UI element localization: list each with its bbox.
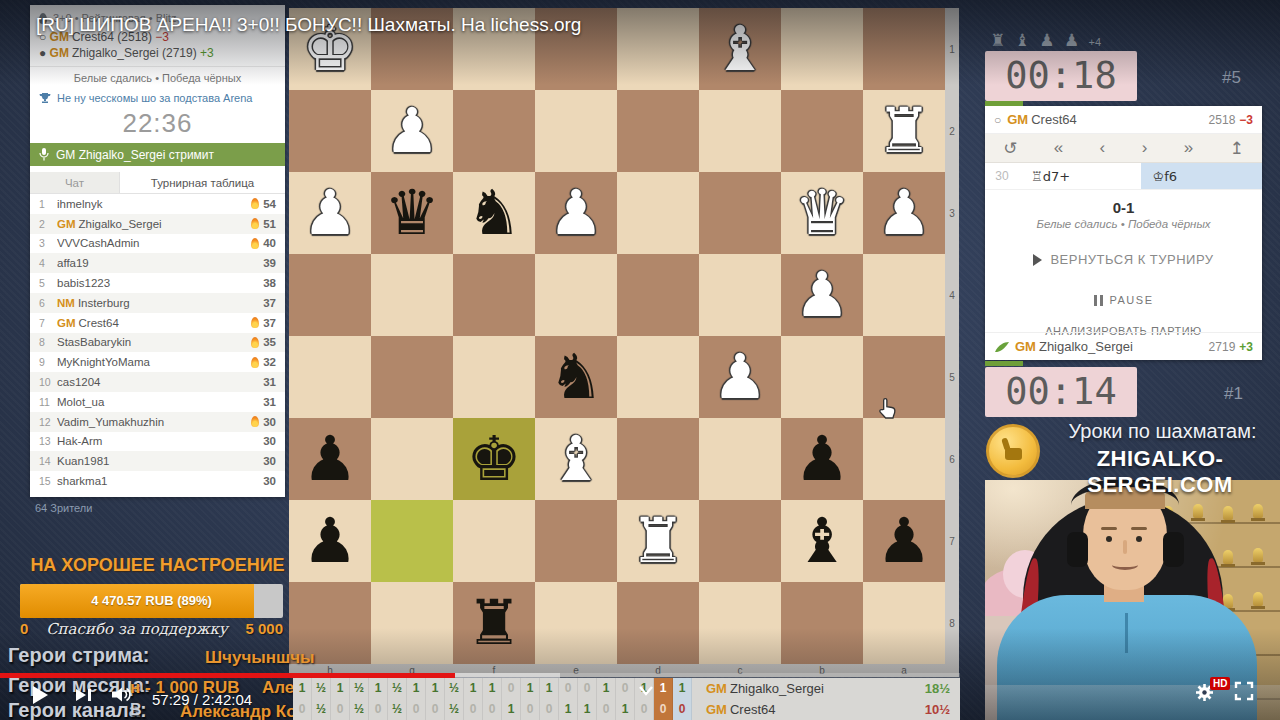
score-column: 10 bbox=[521, 678, 540, 720]
score-cell-bottom: ½ bbox=[388, 699, 406, 720]
eye bbox=[1106, 536, 1112, 542]
square-e7[interactable] bbox=[535, 500, 617, 582]
mouse-hand-cursor bbox=[876, 396, 898, 424]
ad-site-link[interactable]: ZHIGALKO-SERGEI.COM bbox=[1040, 446, 1280, 498]
clock-black: 00:14 bbox=[985, 367, 1137, 417]
standings-row[interactable]: 12Vadim_Yumakhuzhin30 bbox=[30, 412, 285, 432]
score-cell-top: 0 bbox=[578, 678, 596, 699]
square-g3[interactable]: ♛ bbox=[371, 172, 453, 254]
score-player-name: Crest64 bbox=[730, 702, 776, 717]
square-b1[interactable] bbox=[781, 8, 863, 90]
white-rook: ♜ bbox=[863, 90, 945, 172]
trophy-line[interactable]: Не ну чесскомы шо за подстава Arena bbox=[30, 86, 285, 104]
standings-rank: 5 bbox=[39, 277, 57, 289]
score-column: 10 bbox=[654, 678, 673, 720]
headphone-cup-right bbox=[1163, 532, 1184, 567]
standings-name: VVVCashAdmin bbox=[57, 237, 251, 249]
back-to-tournament-label: ВЕРНУТЬСЯ К ТУРНИРУ bbox=[1050, 252, 1213, 267]
move-navigation: ↺ « ‹ › » ↥ bbox=[985, 134, 1262, 163]
sidebar-tabs: Чат Турнирная таблица bbox=[30, 172, 285, 194]
standings-rank: 15 bbox=[39, 475, 57, 487]
gm-badge: GM bbox=[706, 702, 727, 717]
standings-score: 40 bbox=[263, 237, 276, 249]
square-g4[interactable] bbox=[371, 254, 453, 336]
score-cell-top: ½ bbox=[312, 678, 330, 699]
standings-score: 30 bbox=[263, 455, 276, 467]
score-column: ½½ bbox=[388, 678, 407, 720]
white-bishop: ♝ bbox=[535, 418, 617, 500]
rank-label-8: 8 bbox=[945, 582, 959, 664]
board-squares: ♚♝♟♜♟♛♞♟♛♟♟♞♟♟♚♝♟♟♜♝♟♜ bbox=[289, 8, 945, 664]
square-d1[interactable] bbox=[617, 8, 699, 90]
streak-fire-icon bbox=[251, 337, 259, 348]
standings-score: 38 bbox=[263, 277, 276, 289]
square-a6[interactable] bbox=[863, 418, 945, 500]
score-column: 10 bbox=[331, 678, 350, 720]
square-e3[interactable]: ♟ bbox=[535, 172, 617, 254]
score-cell-top: 1 bbox=[521, 678, 539, 699]
stream-banner[interactable]: GM Zhigalko_Sergei стримит bbox=[30, 143, 285, 166]
rank-label-2: 2 bbox=[945, 90, 959, 172]
standings-rank: 4 bbox=[39, 257, 57, 269]
last-move-icon[interactable]: » bbox=[1184, 138, 1193, 158]
square-g8[interactable] bbox=[371, 582, 453, 664]
panel-white-diff: −3 bbox=[1239, 113, 1253, 127]
score-cell-top: 1 bbox=[293, 678, 311, 699]
standings-score: 30 bbox=[263, 475, 276, 487]
standings-score: 51 bbox=[263, 218, 276, 230]
square-d3[interactable] bbox=[617, 172, 699, 254]
square-f7[interactable] bbox=[453, 500, 535, 582]
gm-badge: GM bbox=[1007, 112, 1028, 127]
standings-rank: 13 bbox=[39, 435, 57, 447]
score-cell-bottom: 0 bbox=[483, 699, 501, 720]
white-queen: ♛ bbox=[781, 172, 863, 254]
trophy-icon bbox=[39, 92, 51, 104]
streak-fire-icon bbox=[251, 416, 259, 427]
panel-player-white[interactable]: ○ GM Crest64 2518 −3 bbox=[985, 106, 1262, 134]
black-rook: ♜ bbox=[453, 582, 535, 664]
play-button[interactable] bbox=[33, 686, 48, 704]
standings-row[interactable]: 15sharkma130 bbox=[30, 471, 285, 491]
score-cell-top: 1 bbox=[483, 678, 501, 699]
square-g6[interactable] bbox=[371, 418, 453, 500]
standings-rank: 1 bbox=[39, 198, 57, 210]
white-points-bar bbox=[985, 101, 1023, 106]
score-columns: 10½½10½½10½½1010½½1010011010010110011010… bbox=[293, 678, 692, 720]
rank-label-5: 5 bbox=[945, 336, 959, 418]
square-b2[interactable] bbox=[781, 90, 863, 172]
black-points-bar bbox=[985, 361, 1023, 366]
streak-fire-icon bbox=[251, 238, 259, 249]
square-e8[interactable] bbox=[535, 582, 617, 664]
collapse-chevron-icon[interactable] bbox=[638, 682, 654, 700]
score-cell-top: 1 bbox=[597, 678, 615, 699]
standings-name: StasBabarykin bbox=[57, 336, 251, 348]
donation-thanks: Спасибо за поддержку bbox=[46, 620, 228, 638]
square-g7[interactable] bbox=[371, 500, 453, 582]
score-cell-bottom: 0 bbox=[369, 699, 387, 720]
square-f5[interactable] bbox=[453, 336, 535, 418]
next-move-icon[interactable]: › bbox=[1142, 138, 1148, 158]
standings-name: Kuan1981 bbox=[57, 455, 259, 467]
standings-score: 31 bbox=[263, 396, 276, 408]
pause-icon bbox=[1094, 295, 1103, 306]
standings-row[interactable]: 6NMInsterburg37 bbox=[30, 293, 285, 313]
square-f6[interactable]: ♚ bbox=[453, 418, 535, 500]
square-c2[interactable] bbox=[699, 90, 781, 172]
score-cell-top: 1 bbox=[654, 678, 672, 699]
square-d6[interactable] bbox=[617, 418, 699, 500]
eye bbox=[1136, 536, 1142, 542]
black-circle-icon: ● bbox=[39, 46, 46, 60]
score-column: 10 bbox=[293, 678, 312, 720]
score-player-row: GMZhigalko_Sergei18½ bbox=[692, 678, 960, 699]
square-g5[interactable] bbox=[371, 336, 453, 418]
first-move-icon[interactable]: « bbox=[1054, 138, 1063, 158]
move-white[interactable]: ♖d7+ bbox=[1019, 163, 1141, 189]
standings-table: 1ihmelnyk542GMZhigalko_Sergei513VVVCashA… bbox=[30, 194, 285, 491]
standings-name: sharkma1 bbox=[57, 475, 259, 487]
black-knight: ♞ bbox=[453, 172, 535, 254]
fullscreen-icon[interactable] bbox=[1234, 681, 1254, 705]
standings-score: 54 bbox=[263, 198, 276, 210]
score-cell-bottom: 0 bbox=[597, 699, 615, 720]
standings-row[interactable]: 13Hak-Arm30 bbox=[30, 432, 285, 452]
score-cell-bottom: 0 bbox=[293, 699, 311, 720]
standings-name: Molot_ua bbox=[57, 396, 259, 408]
score-column: 01 bbox=[616, 678, 635, 720]
square-c5[interactable]: ♟ bbox=[699, 336, 781, 418]
standings-score: 37 bbox=[263, 297, 276, 309]
square-d8[interactable] bbox=[617, 582, 699, 664]
square-c3[interactable] bbox=[699, 172, 781, 254]
standings-name: NMInsterburg bbox=[57, 297, 259, 309]
standings-row[interactable]: 1ihmelnyk54 bbox=[30, 194, 285, 214]
score-cell-bottom: ½ bbox=[445, 699, 463, 720]
score-names: GMZhigalko_Sergei18½GMCrest6410½ bbox=[692, 678, 960, 720]
score-cell-bottom: 1 bbox=[559, 699, 577, 720]
ticker-stream-heroes-label: Герои стрима: bbox=[8, 644, 149, 667]
gm-badge: GM bbox=[50, 46, 69, 60]
square-f2[interactable] bbox=[453, 90, 535, 172]
score-cell-top: 0 bbox=[559, 678, 577, 699]
score-column: 10 bbox=[464, 678, 483, 720]
white-pawn: ♟ bbox=[535, 172, 617, 254]
standings-name: GMCrest64 bbox=[57, 317, 251, 329]
score-cell-bottom: 0 bbox=[464, 699, 482, 720]
prev-move-icon[interactable]: ‹ bbox=[1100, 138, 1106, 158]
standings-row[interactable]: 5babis122338 bbox=[30, 273, 285, 293]
arena-score-sheet: 10½½10½½10½½1010½½1010011010010110011010… bbox=[293, 678, 960, 720]
score-cell-bottom: 1 bbox=[502, 699, 520, 720]
standings-row[interactable]: 9MyKnightYoMama32 bbox=[30, 352, 285, 372]
rating-diff: +3 bbox=[200, 46, 214, 60]
square-h5[interactable] bbox=[289, 336, 371, 418]
standings-score: 30 bbox=[263, 435, 276, 447]
standings-name: babis1223 bbox=[57, 277, 259, 289]
analysis-board-icon[interactable]: ↥ bbox=[1230, 138, 1244, 159]
score-cell-bottom: ½ bbox=[312, 699, 330, 720]
standings-name: cas1204 bbox=[57, 376, 259, 388]
video-title[interactable]: [RU] ШИПОВ АРЕНА!! 3+0!! БОНУС!! Шахматы… bbox=[36, 14, 581, 36]
donation-footer: 0 Спасибо за поддержку 5 000 bbox=[20, 620, 283, 638]
score-cell-bottom: 0 bbox=[673, 699, 691, 720]
score-cell-top: 0 bbox=[502, 678, 520, 699]
black-bishop: ♝ bbox=[781, 500, 863, 582]
standings-row[interactable]: 11Molot_ua31 bbox=[30, 392, 285, 412]
streak-fire-icon bbox=[251, 218, 259, 229]
streamer-feather-icon bbox=[994, 341, 1010, 353]
standings-row[interactable]: 8StasBabarykin35 bbox=[30, 333, 285, 353]
chess-board: ♚♝♟♜♟♛♞♟♛♟♟♞♟♟♚♝♟♟♜♝♟♜ 12345678 hgfedcba bbox=[289, 8, 945, 664]
standings-name: ihmelnyk bbox=[57, 198, 251, 210]
panel-white-rating: 2518 bbox=[1209, 113, 1236, 127]
score-cell-bottom: 0 bbox=[635, 699, 653, 720]
tab-chat[interactable]: Чат bbox=[30, 172, 120, 193]
ticker-stream-heroes-value: Шчучыншчы bbox=[205, 648, 315, 668]
square-e6[interactable]: ♝ bbox=[535, 418, 617, 500]
standings-rank: 10 bbox=[39, 376, 57, 388]
score-column: 10 bbox=[407, 678, 426, 720]
standings-score: 30 bbox=[263, 416, 276, 428]
square-h4[interactable] bbox=[289, 254, 371, 336]
game-panel: ○ GM Crest64 2518 −3 ↺ « ‹ › » ↥ 30 ♖d7+… bbox=[985, 106, 1262, 360]
square-b4[interactable]: ♟ bbox=[781, 254, 863, 336]
standings-name: GMZhigalko_Sergei bbox=[57, 218, 251, 230]
standings-row[interactable]: 3VVVCashAdmin40 bbox=[30, 234, 285, 254]
score-cell-top: ½ bbox=[445, 678, 463, 699]
panel-white-name: Crest64 bbox=[1031, 112, 1077, 127]
standings-name: affa19 bbox=[57, 257, 259, 269]
square-d7[interactable]: ♜ bbox=[617, 500, 699, 582]
standings-rank: 11 bbox=[39, 396, 57, 408]
black-queen: ♛ bbox=[371, 172, 453, 254]
coin-thumbs-up-icon bbox=[986, 424, 1040, 478]
square-c1[interactable]: ♝ bbox=[699, 8, 781, 90]
score-cell-top: 1 bbox=[540, 678, 558, 699]
panel-black-name: Zhigalko_Sergei bbox=[1039, 339, 1133, 354]
score-column: 10 bbox=[483, 678, 502, 720]
score-column: 01 bbox=[559, 678, 578, 720]
tournament-sidebar: 3+0 • Рейтинговая • Blitz ○ GMCrest64 (2… bbox=[30, 5, 285, 497]
pause-button[interactable]: PAUSE bbox=[985, 294, 1262, 306]
rank-label-6: 6 bbox=[945, 418, 959, 500]
white-rook: ♜ bbox=[617, 500, 699, 582]
score-cell-bottom: 1 bbox=[578, 699, 596, 720]
standings-rank: 8 bbox=[39, 336, 57, 348]
square-g2[interactable]: ♟ bbox=[371, 90, 453, 172]
score-cell-top: ½ bbox=[388, 678, 406, 699]
square-b6[interactable]: ♟ bbox=[781, 418, 863, 500]
standings-score: 31 bbox=[263, 376, 276, 388]
donation-min: 0 bbox=[20, 620, 28, 637]
score-column: 10 bbox=[673, 678, 692, 720]
square-a2[interactable]: ♜ bbox=[863, 90, 945, 172]
score-cell-bottom: 0 bbox=[654, 699, 672, 720]
donation-max: 5 000 bbox=[245, 620, 283, 637]
player-black-line[interactable]: ● GMZhigalko_Sergei (2719) +3 bbox=[39, 45, 276, 61]
score-column: 10 bbox=[597, 678, 616, 720]
square-c6[interactable] bbox=[699, 418, 781, 500]
gm-badge: GM bbox=[706, 681, 727, 696]
panel-black-rating: 2719 bbox=[1209, 340, 1236, 354]
donation-title: НА ХОРОШЕЕ НАСТРОЕНИЕ bbox=[30, 555, 285, 576]
standings-row[interactable]: 7GMCrest6437 bbox=[30, 313, 285, 333]
square-f3[interactable]: ♞ bbox=[453, 172, 535, 254]
standings-score: 37 bbox=[263, 317, 276, 329]
square-c7[interactable] bbox=[699, 500, 781, 582]
score-column: 01 bbox=[502, 678, 521, 720]
score-column: 10 bbox=[369, 678, 388, 720]
score-column: ½½ bbox=[312, 678, 331, 720]
square-a4[interactable] bbox=[863, 254, 945, 336]
rank-label-4: 4 bbox=[945, 254, 959, 336]
standings-rank: 12 bbox=[39, 416, 57, 428]
square-h3[interactable]: ♟ bbox=[289, 172, 371, 254]
tab-standings[interactable]: Турнирная таблица bbox=[120, 172, 285, 193]
standings-score: 32 bbox=[263, 356, 276, 368]
white-tournament-rank: #5 bbox=[1222, 68, 1241, 88]
player-black-name: Zhigalko_Sergei (2719) bbox=[72, 46, 197, 60]
square-a7[interactable]: ♟ bbox=[863, 500, 945, 582]
volume-button[interactable] bbox=[112, 687, 134, 706]
hd-quality-badge: HD bbox=[1210, 677, 1230, 690]
microphone-icon bbox=[39, 148, 49, 161]
move-list-row: 30 ♖d7+ ♔f6 bbox=[985, 163, 1262, 190]
white-pawn: ♟ bbox=[699, 336, 781, 418]
score-cell-bottom: 0 bbox=[521, 699, 539, 720]
streak-fire-icon bbox=[251, 357, 259, 368]
score-player-row: GMCrest6410½ bbox=[692, 699, 960, 720]
square-h6[interactable]: ♟ bbox=[289, 418, 371, 500]
standings-rank: 14 bbox=[39, 455, 57, 467]
score-cell-top: 1 bbox=[426, 678, 444, 699]
square-f8[interactable]: ♜ bbox=[453, 582, 535, 664]
score-cell-bottom: 0 bbox=[540, 699, 558, 720]
result-score: 0-1 bbox=[985, 199, 1262, 216]
streak-fire-icon bbox=[251, 198, 259, 209]
score-cell-bottom: 0 bbox=[407, 699, 425, 720]
standings-row[interactable]: 10cas120431 bbox=[30, 372, 285, 392]
standings-rank: 9 bbox=[39, 356, 57, 368]
eyebrow bbox=[1131, 527, 1147, 530]
clock-white: 00:18 bbox=[985, 51, 1137, 101]
eyebrow bbox=[1101, 527, 1117, 530]
square-d5[interactable] bbox=[617, 336, 699, 418]
trophy-text: Не ну чесскомы шо за подстава Arena bbox=[57, 92, 252, 104]
black-king: ♚ bbox=[453, 418, 535, 500]
black-pawn: ♟ bbox=[289, 418, 371, 500]
video-player: 3+0 • Рейтинговая • Blitz ○ GMCrest64 (2… bbox=[0, 0, 1280, 720]
white-pawn: ♟ bbox=[863, 172, 945, 254]
nose bbox=[1123, 540, 1127, 554]
standings-rank: 2 bbox=[39, 218, 57, 230]
white-pawn: ♟ bbox=[781, 254, 863, 336]
move-number: 30 bbox=[985, 163, 1019, 189]
game-result-line: Белые сдались • Победа чёрных bbox=[30, 67, 285, 86]
standings-name: Hak-Arm bbox=[57, 435, 259, 447]
standings-row[interactable]: 2GMZhigalko_Sergei51 bbox=[30, 214, 285, 234]
standings-row[interactable]: 4affa1939 bbox=[30, 253, 285, 273]
next-video-button[interactable] bbox=[76, 689, 91, 701]
square-e5[interactable]: ♞ bbox=[535, 336, 617, 418]
panel-black-diff: +3 bbox=[1239, 340, 1253, 354]
pause-label: PAUSE bbox=[1110, 294, 1154, 306]
square-d2[interactable] bbox=[617, 90, 699, 172]
score-cell-bottom: 0 bbox=[426, 699, 444, 720]
score-cell-top: 1 bbox=[331, 678, 349, 699]
square-b7[interactable]: ♝ bbox=[781, 500, 863, 582]
square-d4[interactable] bbox=[617, 254, 699, 336]
score-player-total: 18½ bbox=[925, 681, 950, 696]
black-knight: ♞ bbox=[535, 336, 617, 418]
white-pawn: ♟ bbox=[371, 90, 453, 172]
standings-score: 35 bbox=[263, 336, 276, 348]
flip-board-icon[interactable]: ↺ bbox=[1003, 138, 1017, 159]
standings-rank: 7 bbox=[39, 317, 57, 329]
streak-fire-icon bbox=[251, 317, 259, 328]
score-column: 10 bbox=[540, 678, 559, 720]
standings-row[interactable]: 14Kuan198130 bbox=[30, 451, 285, 471]
square-b3[interactable]: ♛ bbox=[781, 172, 863, 254]
square-f4[interactable] bbox=[453, 254, 535, 336]
square-a3[interactable]: ♟ bbox=[863, 172, 945, 254]
move-black-current[interactable]: ♔f6 bbox=[1141, 163, 1263, 189]
video-time-display: 57:29 / 2:42:04 bbox=[152, 691, 252, 708]
square-a8[interactable] bbox=[863, 582, 945, 664]
rank-label-7: 7 bbox=[945, 500, 959, 582]
square-h2[interactable] bbox=[289, 90, 371, 172]
square-c8[interactable] bbox=[699, 582, 781, 664]
square-e2[interactable] bbox=[535, 90, 617, 172]
score-cell-top: 1 bbox=[464, 678, 482, 699]
score-cell-top: 1 bbox=[407, 678, 425, 699]
white-circle-icon: ○ bbox=[994, 113, 1001, 127]
square-a1[interactable] bbox=[863, 8, 945, 90]
square-b8[interactable] bbox=[781, 582, 863, 664]
white-bishop: ♝ bbox=[699, 8, 781, 90]
score-cell-bottom: ½ bbox=[350, 699, 368, 720]
stream-banner-text: GM Zhigalko_Sergei стримит bbox=[56, 148, 214, 162]
donation-amount: 4 470.57 RUB (89%) bbox=[20, 584, 283, 618]
standings-name: Vadim_Yumakhuzhin bbox=[57, 416, 251, 428]
gm-badge: GM bbox=[1015, 339, 1036, 354]
back-to-tournament-button[interactable]: ВЕРНУТЬСЯ К ТУРНИРУ bbox=[985, 252, 1262, 267]
ad-text-line1: Уроки по шахматам: bbox=[1045, 420, 1280, 443]
square-c4[interactable] bbox=[699, 254, 781, 336]
play-triangle-icon bbox=[1033, 254, 1042, 266]
square-e4[interactable] bbox=[535, 254, 617, 336]
score-cell-bottom: 1 bbox=[616, 699, 634, 720]
panel-player-black[interactable]: GM Zhigalko_Sergei 2719 +3 bbox=[985, 332, 1262, 360]
captured-pieces: ♜ ♝ ♟ ♟ +4 bbox=[990, 30, 1101, 50]
black-pawn: ♟ bbox=[781, 418, 863, 500]
standings-rank: 6 bbox=[39, 297, 57, 309]
score-cell-bottom: 0 bbox=[331, 699, 349, 720]
standings-rank: 3 bbox=[39, 237, 57, 249]
captured-piece-icons: ♜ ♝ ♟ ♟ bbox=[990, 30, 1081, 50]
material-advantage: +4 bbox=[1089, 36, 1102, 48]
square-b5[interactable] bbox=[781, 336, 863, 418]
arena-clock: 22:36 bbox=[30, 104, 285, 140]
score-cell-top: ½ bbox=[350, 678, 368, 699]
rank-label-1: 1 bbox=[945, 8, 959, 90]
black-pawn: ♟ bbox=[289, 500, 371, 582]
standings-score: 39 bbox=[263, 257, 276, 269]
square-h7[interactable]: ♟ bbox=[289, 500, 371, 582]
score-column: 10 bbox=[426, 678, 445, 720]
